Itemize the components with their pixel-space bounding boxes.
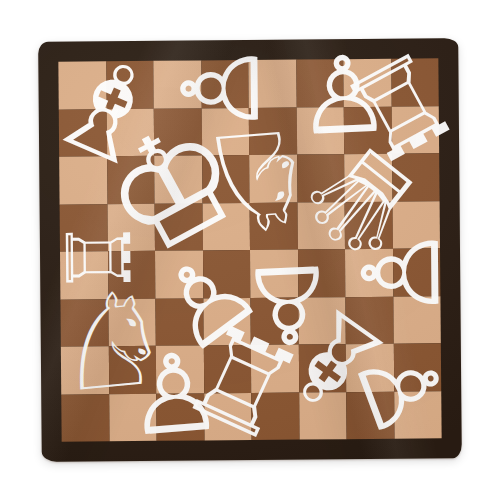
board-square xyxy=(393,343,441,391)
board-square xyxy=(201,108,249,156)
board-square xyxy=(250,297,298,345)
board-square xyxy=(203,250,251,298)
board-square xyxy=(154,108,202,156)
board-square xyxy=(154,155,202,203)
board-square xyxy=(249,155,297,203)
board-square xyxy=(345,201,393,249)
board-square xyxy=(153,60,201,108)
board-square xyxy=(297,249,345,297)
board-square xyxy=(392,201,440,249)
board-square xyxy=(392,248,440,296)
bandana: ♗♙♙♖♔♘♕♖♘♙♙♙♙♖♗♙ xyxy=(38,38,462,462)
board-square xyxy=(343,59,391,107)
board-square xyxy=(203,345,251,393)
board-square xyxy=(108,298,156,346)
board-square xyxy=(61,346,109,394)
board-square xyxy=(251,392,299,440)
board-square xyxy=(297,202,345,250)
board-square xyxy=(106,61,154,109)
board-square xyxy=(202,155,250,203)
board-square xyxy=(107,156,155,204)
board-square xyxy=(299,392,347,440)
board-square xyxy=(60,299,108,347)
board-square xyxy=(298,344,346,392)
board-square xyxy=(251,345,299,393)
board-square xyxy=(106,108,154,156)
board-square xyxy=(344,106,392,154)
board-square xyxy=(248,60,296,108)
board-square xyxy=(346,344,394,392)
board-square xyxy=(60,251,108,299)
board-square xyxy=(393,296,441,344)
chess-board xyxy=(58,58,441,441)
board-square xyxy=(298,297,346,345)
board-square xyxy=(155,203,203,251)
board-square xyxy=(61,394,109,442)
board-square xyxy=(345,296,393,344)
board-square xyxy=(297,154,345,202)
board-square xyxy=(296,107,344,155)
board-square xyxy=(391,106,439,154)
board-square xyxy=(59,109,107,157)
board-square xyxy=(203,297,251,345)
board-square xyxy=(250,250,298,298)
board-square xyxy=(156,393,204,441)
board-square xyxy=(58,61,106,109)
board-square xyxy=(60,204,108,252)
board-square xyxy=(344,154,392,202)
board-square xyxy=(108,251,156,299)
board-square xyxy=(156,345,204,393)
board-square xyxy=(201,60,249,108)
board-square xyxy=(155,298,203,346)
board-square xyxy=(107,203,155,251)
board-square xyxy=(109,393,157,441)
board-square xyxy=(202,203,250,251)
board-square xyxy=(346,391,394,439)
board-square xyxy=(59,156,107,204)
board-square xyxy=(108,346,156,394)
board-square xyxy=(345,249,393,297)
board-square xyxy=(394,391,442,439)
board-square xyxy=(204,392,252,440)
board-square xyxy=(250,202,298,250)
board-square xyxy=(249,107,297,155)
board-square xyxy=(391,58,439,106)
board-square xyxy=(392,153,440,201)
board-square xyxy=(155,250,203,298)
board-square xyxy=(296,59,344,107)
